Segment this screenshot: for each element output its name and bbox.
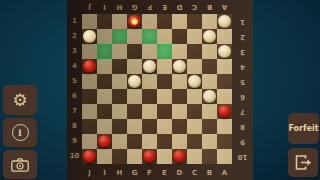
square-A8 — [217, 119, 232, 134]
square-A7[interactable] — [217, 104, 232, 119]
square-I8 — [97, 119, 112, 134]
square-A10 — [217, 149, 232, 164]
square-E5[interactable] — [157, 74, 172, 89]
square-C2 — [187, 29, 202, 44]
rank-label-left-10: 10 — [67, 149, 82, 164]
checker-red-J10[interactable] — [83, 150, 96, 163]
square-G1[interactable] — [127, 14, 142, 29]
square-F1 — [142, 14, 157, 29]
square-B2[interactable] — [202, 29, 217, 44]
rank-label-left-4: 4 — [67, 59, 82, 74]
square-I7[interactable] — [97, 104, 112, 119]
square-J9 — [82, 134, 97, 149]
square-J3 — [82, 44, 97, 59]
file-labels-top: JIHGFEDCBA — [82, 0, 232, 14]
square-C10 — [187, 149, 202, 164]
file-label-top-D: D — [172, 0, 187, 14]
square-E6 — [157, 89, 172, 104]
file-label-bottom-C: C — [187, 166, 202, 180]
file-label-bottom-I: I — [97, 166, 112, 180]
rank-label-right-10: 10 — [232, 149, 253, 164]
square-J7 — [82, 104, 97, 119]
camera-icon — [10, 157, 30, 173]
square-E8 — [157, 119, 172, 134]
square-C6 — [187, 89, 202, 104]
square-J4[interactable] — [82, 59, 97, 74]
rank-labels-left: 12345678910 — [67, 14, 82, 164]
file-label-top-E: E — [157, 0, 172, 14]
square-F4[interactable] — [142, 59, 157, 74]
square-D4[interactable] — [172, 59, 187, 74]
rank-label-left-9: 9 — [67, 134, 82, 149]
square-H3 — [112, 44, 127, 59]
screenshot-button[interactable] — [3, 150, 37, 179]
square-H1 — [112, 14, 127, 29]
square-A9[interactable] — [217, 134, 232, 149]
board-grid — [82, 14, 232, 164]
square-H2[interactable] — [112, 29, 127, 44]
square-B10[interactable] — [202, 149, 217, 164]
settings-button[interactable]: ⚙ — [3, 85, 37, 115]
rank-label-right-9: 9 — [232, 134, 253, 149]
square-H10[interactable] — [112, 149, 127, 164]
file-label-top-H: H — [112, 0, 127, 14]
checkers-board: JIHGFEDCBA JIHGFEDCBA 12345678910 123456… — [67, 0, 253, 180]
square-G2 — [127, 29, 142, 44]
checker-cream-G5[interactable] — [128, 75, 141, 88]
file-label-bottom-J: J — [82, 166, 97, 180]
rank-label-left-5: 5 — [67, 74, 82, 89]
square-E1[interactable] — [157, 14, 172, 29]
square-C5[interactable] — [187, 74, 202, 89]
square-E3[interactable] — [157, 44, 172, 59]
square-G5[interactable] — [127, 74, 142, 89]
square-J6[interactable] — [82, 89, 97, 104]
square-B4[interactable] — [202, 59, 217, 74]
square-J2[interactable] — [82, 29, 97, 44]
square-D8[interactable] — [172, 119, 187, 134]
square-A5[interactable] — [217, 74, 232, 89]
square-J8[interactable] — [82, 119, 97, 134]
square-I10 — [97, 149, 112, 164]
square-C9[interactable] — [187, 134, 202, 149]
checker-red-king-G1[interactable] — [128, 15, 141, 28]
rank-label-right-6: 6 — [232, 89, 253, 104]
checker-red-I9[interactable] — [98, 135, 111, 148]
rank-label-right-4: 4 — [232, 59, 253, 74]
rank-label-right-2: 2 — [232, 29, 253, 44]
square-I3[interactable] — [97, 44, 112, 59]
square-D2[interactable] — [172, 29, 187, 44]
square-G7[interactable] — [127, 104, 142, 119]
square-F5 — [142, 74, 157, 89]
info-icon: i — [12, 124, 29, 141]
square-D6[interactable] — [172, 89, 187, 104]
square-C3[interactable] — [187, 44, 202, 59]
forfeit-button-label: Forfeit — [288, 124, 318, 133]
square-G4 — [127, 59, 142, 74]
checker-cream-D4[interactable] — [173, 60, 186, 73]
rank-label-left-6: 6 — [67, 89, 82, 104]
square-I9[interactable] — [97, 134, 112, 149]
square-H4[interactable] — [112, 59, 127, 74]
square-B6[interactable] — [202, 89, 217, 104]
file-label-top-I: I — [97, 0, 112, 14]
square-F3 — [142, 44, 157, 59]
checker-cream-J2[interactable] — [83, 30, 96, 43]
square-B1 — [202, 14, 217, 29]
square-B9 — [202, 134, 217, 149]
square-H5 — [112, 74, 127, 89]
game-screen: JIHGFEDCBA JIHGFEDCBA 12345678910 123456… — [0, 0, 320, 180]
file-label-bottom-B: B — [202, 166, 217, 180]
square-D5 — [172, 74, 187, 89]
rank-labels-right: 12345678910 — [232, 14, 253, 164]
square-I1[interactable] — [97, 14, 112, 29]
rank-label-left-7: 7 — [67, 104, 82, 119]
file-label-top-B: B — [202, 0, 217, 14]
checker-red-D10[interactable] — [173, 150, 186, 163]
square-F6[interactable] — [142, 89, 157, 104]
gear-icon: ⚙ — [12, 92, 27, 109]
square-A1[interactable] — [217, 14, 232, 29]
square-J5 — [82, 74, 97, 89]
checker-cream-C5[interactable] — [188, 75, 201, 88]
square-E2 — [157, 29, 172, 44]
square-E10 — [157, 149, 172, 164]
info-button[interactable]: i — [3, 118, 37, 147]
square-J1 — [82, 14, 97, 29]
square-B8[interactable] — [202, 119, 217, 134]
file-label-top-C: C — [187, 0, 202, 14]
rank-label-right-3: 3 — [232, 44, 253, 59]
forfeit-button[interactable]: Forfeit — [288, 113, 319, 144]
exit-button[interactable] — [288, 148, 318, 177]
file-label-bottom-G: G — [127, 166, 142, 180]
square-A3[interactable] — [217, 44, 232, 59]
file-label-bottom-A: A — [217, 166, 232, 180]
square-E9[interactable] — [157, 134, 172, 149]
square-G8 — [127, 119, 142, 134]
rank-label-right-7: 7 — [232, 104, 253, 119]
square-D10[interactable] — [172, 149, 187, 164]
square-I2 — [97, 29, 112, 44]
checker-cream-B2[interactable] — [203, 30, 216, 43]
checker-red-F10[interactable] — [143, 150, 156, 163]
rank-label-left-1: 1 — [67, 14, 82, 29]
square-G6 — [127, 89, 142, 104]
rank-label-right-8: 8 — [232, 119, 253, 134]
file-label-top-A: A — [217, 0, 232, 14]
square-G3[interactable] — [127, 44, 142, 59]
checker-cream-A3[interactable] — [218, 45, 231, 58]
square-D1 — [172, 14, 187, 29]
square-F8[interactable] — [142, 119, 157, 134]
square-F10[interactable] — [142, 149, 157, 164]
square-A2 — [217, 29, 232, 44]
checker-red-A7[interactable] — [218, 105, 231, 118]
square-C4 — [187, 59, 202, 74]
file-labels-bottom: JIHGFEDCBA — [82, 166, 232, 180]
square-I5[interactable] — [97, 74, 112, 89]
square-F2[interactable] — [142, 29, 157, 44]
square-I6 — [97, 89, 112, 104]
square-F9 — [142, 134, 157, 149]
rank-label-right-1: 1 — [232, 14, 253, 29]
square-G9[interactable] — [127, 134, 142, 149]
file-label-top-G: G — [127, 0, 142, 14]
square-H8[interactable] — [112, 119, 127, 134]
square-B3 — [202, 44, 217, 59]
square-D9 — [172, 134, 187, 149]
file-label-bottom-E: E — [157, 166, 172, 180]
square-A6 — [217, 89, 232, 104]
checker-red-J4[interactable] — [83, 60, 96, 73]
square-H6[interactable] — [112, 89, 127, 104]
square-C1[interactable] — [187, 14, 202, 29]
square-I4 — [97, 59, 112, 74]
exit-door-arrow-icon — [294, 154, 313, 171]
file-label-bottom-F: F — [142, 166, 157, 180]
file-label-top-F: F — [142, 0, 157, 14]
square-D3 — [172, 44, 187, 59]
square-B7 — [202, 104, 217, 119]
rank-label-left-2: 2 — [67, 29, 82, 44]
square-F7 — [142, 104, 157, 119]
rank-label-right-5: 5 — [232, 74, 253, 89]
checker-cream-A1[interactable] — [218, 15, 231, 28]
square-E7[interactable] — [157, 104, 172, 119]
square-B5 — [202, 74, 217, 89]
rank-label-left-3: 3 — [67, 44, 82, 59]
square-A4 — [217, 59, 232, 74]
square-C7[interactable] — [187, 104, 202, 119]
checker-cream-F4[interactable] — [143, 60, 156, 73]
square-E4 — [157, 59, 172, 74]
file-label-bottom-H: H — [112, 166, 127, 180]
square-G10 — [127, 149, 142, 164]
square-H9 — [112, 134, 127, 149]
square-J10[interactable] — [82, 149, 97, 164]
file-label-top-J: J — [82, 0, 97, 14]
rank-label-left-8: 8 — [67, 119, 82, 134]
square-H7 — [112, 104, 127, 119]
square-D7 — [172, 104, 187, 119]
file-label-bottom-D: D — [172, 166, 187, 180]
square-C8 — [187, 119, 202, 134]
checker-cream-B6[interactable] — [203, 90, 216, 103]
